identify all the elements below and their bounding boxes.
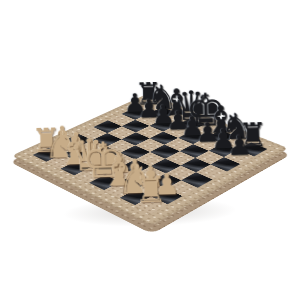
square-e8: ♚ — [192, 124, 220, 137]
chess-board-grid: ♜♞♝♛♚♝♞♜♟♟♟♟♟♟♟♟♟♟♟♟♟♟♟♟♜♞♝♛♚♝♞♜ — [33, 101, 268, 213]
piece-black-knight-g8: ♞ — [214, 109, 258, 146]
chess-board: ♜♞♝♛♚♝♞♜♟♟♟♟♟♟♟♟♟♟♟♟♟♟♟♟♜♞♝♛♚♝♞♜ — [11, 93, 288, 226]
product-photo: ♜♞♝♛♚♝♞♜♟♟♟♟♟♟♟♟♟♟♟♟♟♟♟♟♜♞♝♛♚♝♞♜ — [0, 0, 300, 300]
piece-black-rook-a8: ♜ — [128, 78, 169, 110]
square-h6 — [210, 157, 240, 171]
square-a2: ♟ — [48, 141, 77, 155]
scene: ♜♞♝♛♚♝♞♜♟♟♟♟♟♟♟♟♟♟♟♟♟♟♟♟♜♞♝♛♚♝♞♜ — [0, 0, 300, 300]
piece-white-pawn-a2: ♟ — [40, 122, 84, 150]
